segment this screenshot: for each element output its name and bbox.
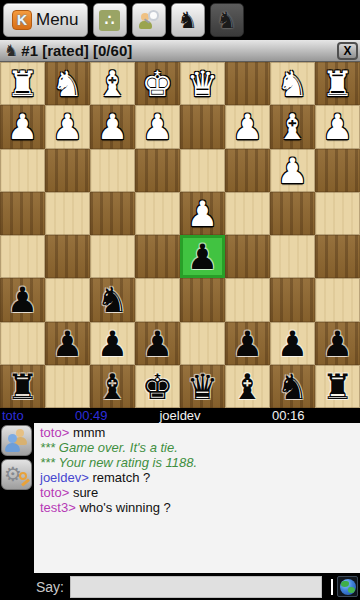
black-king: ♚ xyxy=(142,369,173,404)
square-b1[interactable]: ♞ xyxy=(270,62,315,105)
chat-panel: ⚙ toto> mmm*** Game over. It's a tie.***… xyxy=(0,423,360,573)
square-c6[interactable] xyxy=(225,278,270,321)
chat-message: joeldev> rematch ? xyxy=(40,470,360,485)
square-f7[interactable]: ♟ xyxy=(90,322,135,365)
chat-message: toto> mmm xyxy=(40,425,360,440)
square-d4[interactable]: ♟ xyxy=(180,192,225,235)
top-toolbar: K Menu ∴ ♞ ♞ xyxy=(0,0,360,40)
square-f8[interactable]: ♝ xyxy=(90,365,135,408)
black-pawn: ♟ xyxy=(7,282,38,317)
white-pawn: ♟ xyxy=(277,153,308,188)
chat-sidebar: ⚙ xyxy=(0,423,34,573)
square-a6[interactable] xyxy=(315,278,360,321)
square-e4[interactable] xyxy=(135,192,180,235)
find-player-button[interactable] xyxy=(132,3,166,37)
knight-icon: ♞ xyxy=(177,9,198,32)
white-bishop: ♝ xyxy=(97,66,128,101)
chat-input[interactable] xyxy=(70,576,322,598)
black-pawn: ♟ xyxy=(277,326,308,361)
square-b8[interactable]: ♞ xyxy=(270,365,315,408)
square-b4[interactable] xyxy=(270,192,315,235)
globe-icon xyxy=(340,579,356,595)
black-pawn: ♟ xyxy=(232,326,263,361)
square-c5[interactable] xyxy=(225,235,270,278)
white-queen: ♛ xyxy=(187,66,218,101)
white-pawn: ♟ xyxy=(52,109,83,144)
white-pawn: ♟ xyxy=(7,109,38,144)
square-g6[interactable] xyxy=(45,278,90,321)
people-icon xyxy=(2,426,31,455)
game-title: #1 [rated] [0/60] xyxy=(21,42,132,59)
square-a1[interactable]: ♜ xyxy=(315,62,360,105)
white-pawn: ♟ xyxy=(97,109,128,144)
black-knight: ♞ xyxy=(97,282,128,317)
square-h8[interactable]: ♜ xyxy=(0,365,45,408)
square-e6[interactable] xyxy=(135,278,180,321)
square-f5[interactable] xyxy=(90,235,135,278)
active-game-tab-button[interactable]: ♞ xyxy=(210,3,244,37)
square-g7[interactable]: ♟ xyxy=(45,322,90,365)
game-knight-icon: ♞ xyxy=(4,43,18,59)
black-pawn: ♟ xyxy=(187,239,218,274)
square-e7[interactable]: ♟ xyxy=(135,322,180,365)
black-bishop: ♝ xyxy=(97,369,128,404)
seek-graph-icon: ∴ xyxy=(99,10,120,31)
white-pawn: ♟ xyxy=(142,109,173,144)
say-label: Say: xyxy=(36,579,64,595)
square-h5[interactable] xyxy=(0,235,45,278)
square-d3[interactable] xyxy=(180,149,225,192)
left-player-name: toto xyxy=(2,408,24,423)
square-h4[interactable] xyxy=(0,192,45,235)
game-title-bar: ♞ #1 [rated] [0/60] X xyxy=(0,40,360,62)
square-e1[interactable]: ♚ xyxy=(135,62,180,105)
chat-message: *** Game over. It's a tie. xyxy=(40,440,360,455)
square-c3[interactable] xyxy=(225,149,270,192)
square-g4[interactable] xyxy=(45,192,90,235)
seek-graph-button[interactable]: ∴ xyxy=(93,3,127,37)
square-b2[interactable]: ♝ xyxy=(270,105,315,148)
square-h6[interactable]: ♟ xyxy=(0,278,45,321)
chat-sender: joeldev> xyxy=(40,470,89,485)
white-king: ♚ xyxy=(142,66,173,101)
square-d1[interactable]: ♛ xyxy=(180,62,225,105)
chat-sender: toto> xyxy=(40,425,69,440)
black-knight: ♞ xyxy=(277,369,308,404)
black-pawn: ♟ xyxy=(52,326,83,361)
white-pawn: ♟ xyxy=(322,109,353,144)
black-rook: ♜ xyxy=(7,369,38,404)
square-d5[interactable]: ♟ xyxy=(180,235,225,278)
square-f2[interactable]: ♟ xyxy=(90,105,135,148)
square-h1[interactable]: ♜ xyxy=(0,62,45,105)
white-rook: ♜ xyxy=(7,66,38,101)
chat-message: toto> sure xyxy=(40,485,360,500)
square-b6[interactable] xyxy=(270,278,315,321)
chat-text: who's winning ? xyxy=(76,500,171,515)
game-tab-button[interactable]: ♞ xyxy=(171,3,205,37)
square-a7[interactable]: ♟ xyxy=(315,322,360,365)
black-bishop: ♝ xyxy=(232,369,263,404)
chat-sender: toto> xyxy=(40,485,69,500)
white-pawn: ♟ xyxy=(187,196,218,231)
chess-board: ♜♞♝♚♛♞♜♟♟♟♟♟♝♟♟♟♟♟♞♟♟♟♟♟♟♜♝♚♛♝♞♜ xyxy=(0,62,360,408)
chat-message: *** Your new rating is 1188. xyxy=(40,455,360,470)
square-d7[interactable] xyxy=(180,322,225,365)
players-list-button[interactable] xyxy=(1,425,32,456)
app-logo-icon: K xyxy=(12,10,32,30)
square-a5[interactable] xyxy=(315,235,360,278)
square-e2[interactable]: ♟ xyxy=(135,105,180,148)
square-f3[interactable] xyxy=(90,149,135,192)
square-c8[interactable]: ♝ xyxy=(225,365,270,408)
black-pawn: ♟ xyxy=(97,326,128,361)
white-knight: ♞ xyxy=(277,66,308,101)
square-d2[interactable] xyxy=(180,105,225,148)
left-player-clock: 00:49 xyxy=(75,408,108,423)
black-queen: ♛ xyxy=(187,369,218,404)
text-cursor xyxy=(331,579,333,595)
square-h3[interactable] xyxy=(0,149,45,192)
square-e3[interactable] xyxy=(135,149,180,192)
square-c4[interactable] xyxy=(225,192,270,235)
app-window: K Menu ∴ ♞ ♞ ♞ #1 [rated] [0/60] X ♜♞♝♚♛… xyxy=(0,0,360,600)
square-h7[interactable] xyxy=(0,322,45,365)
white-pawn: ♟ xyxy=(232,109,263,144)
square-b7[interactable]: ♟ xyxy=(270,322,315,365)
square-b3[interactable]: ♟ xyxy=(270,149,315,192)
white-rook: ♜ xyxy=(322,66,353,101)
chat-sender: test3> xyxy=(40,500,76,515)
square-b5[interactable] xyxy=(270,235,315,278)
chat-text: mmm xyxy=(69,425,105,440)
square-f6[interactable]: ♞ xyxy=(90,278,135,321)
chat-messages[interactable]: toto> mmm*** Game over. It's a tie.*** Y… xyxy=(34,423,360,573)
white-bishop: ♝ xyxy=(277,109,308,144)
square-e8[interactable]: ♚ xyxy=(135,365,180,408)
black-rook: ♜ xyxy=(322,369,353,404)
player-status-bar: toto 00:49 joeldev 00:16 xyxy=(0,408,360,423)
square-d8[interactable]: ♛ xyxy=(180,365,225,408)
square-a3[interactable] xyxy=(315,149,360,192)
knight-icon-active: ♞ xyxy=(216,9,237,32)
square-g2[interactable]: ♟ xyxy=(45,105,90,148)
square-g3[interactable] xyxy=(45,149,90,192)
square-a2[interactable]: ♟ xyxy=(315,105,360,148)
chat-message: test3> who's winning ? xyxy=(40,500,360,515)
white-knight: ♞ xyxy=(52,66,83,101)
menu-button-label: Menu xyxy=(36,10,79,30)
square-g1[interactable]: ♞ xyxy=(45,62,90,105)
menu-button[interactable]: K Menu xyxy=(3,3,88,37)
square-f4[interactable] xyxy=(90,192,135,235)
square-g5[interactable] xyxy=(45,235,90,278)
close-game-button[interactable]: X xyxy=(337,42,358,60)
square-c2[interactable]: ♟ xyxy=(225,105,270,148)
square-h2[interactable]: ♟ xyxy=(0,105,45,148)
find-player-icon xyxy=(138,9,160,31)
square-c7[interactable]: ♟ xyxy=(225,322,270,365)
square-a4[interactable] xyxy=(315,192,360,235)
square-g8[interactable] xyxy=(45,365,90,408)
square-f1[interactable]: ♝ xyxy=(90,62,135,105)
black-pawn: ♟ xyxy=(142,326,173,361)
right-player-name: joeldev xyxy=(159,408,200,423)
square-d6[interactable] xyxy=(180,278,225,321)
chat-text: rematch ? xyxy=(89,470,150,485)
square-c1[interactable] xyxy=(225,62,270,105)
square-a8[interactable]: ♜ xyxy=(315,365,360,408)
chat-text: sure xyxy=(69,485,98,500)
black-pawn: ♟ xyxy=(322,326,353,361)
settings-button[interactable]: ⚙ xyxy=(1,459,32,490)
globe-button[interactable] xyxy=(337,576,358,597)
square-e5[interactable] xyxy=(135,235,180,278)
right-player-clock: 00:16 xyxy=(272,408,305,423)
say-bar: Say: xyxy=(0,573,360,600)
